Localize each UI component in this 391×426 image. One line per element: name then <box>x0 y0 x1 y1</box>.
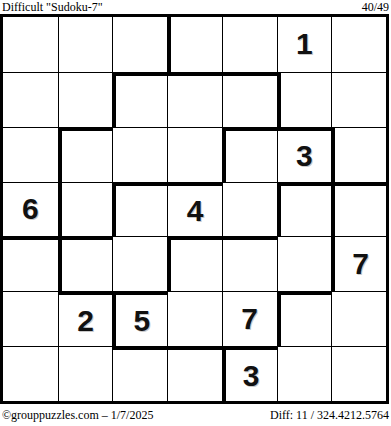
cell-r5c1[interactable] <box>3 236 58 291</box>
cell-r4c7[interactable] <box>331 182 386 237</box>
cell-r7c5-given: 3 <box>222 346 277 401</box>
cell-r2c4[interactable] <box>167 72 222 127</box>
cell-r7c4[interactable] <box>167 346 222 401</box>
puzzle-counter: 40/49 <box>362 0 389 15</box>
cell-r1c2[interactable] <box>58 17 113 72</box>
cell-r3c2[interactable] <box>58 127 113 182</box>
cell-r5c5[interactable] <box>222 236 277 291</box>
cell-r2c6[interactable] <box>277 72 332 127</box>
puzzle-title: Difficult "Sudoku-7" <box>2 0 103 15</box>
cell-r6c1[interactable] <box>3 291 58 346</box>
cell-r1c6-given: 1 <box>277 17 332 72</box>
cell-r6c7[interactable] <box>331 291 386 346</box>
cell-r2c1[interactable] <box>3 72 58 127</box>
sudoku-board: 136472573 <box>0 14 389 404</box>
cell-r7c1[interactable] <box>3 346 58 401</box>
cell-r7c3[interactable] <box>112 346 167 401</box>
cell-r6c2-given: 2 <box>58 291 113 346</box>
cell-r5c7-given: 7 <box>331 236 386 291</box>
cell-r6c6[interactable] <box>277 291 332 346</box>
cell-r4c6[interactable] <box>277 182 332 237</box>
puzzle-page: Difficult "Sudoku-7" 40/49 136472573 ©gr… <box>0 0 391 426</box>
cell-r2c7[interactable] <box>331 72 386 127</box>
cell-r7c7[interactable] <box>331 346 386 401</box>
copyright-text: ©grouppuzzles.com – 1/7/2025 <box>2 408 153 423</box>
cell-r2c5[interactable] <box>222 72 277 127</box>
cell-r3c6-given: 3 <box>277 127 332 182</box>
cell-r5c4[interactable] <box>167 236 222 291</box>
cell-r1c3[interactable] <box>112 17 167 72</box>
cell-r2c3[interactable] <box>112 72 167 127</box>
cell-r2c2[interactable] <box>58 72 113 127</box>
cell-r1c4[interactable] <box>167 17 222 72</box>
cell-r6c5-given: 7 <box>222 291 277 346</box>
cell-r3c4[interactable] <box>167 127 222 182</box>
cell-r6c3-given: 5 <box>112 291 167 346</box>
cell-r6c4[interactable] <box>167 291 222 346</box>
cell-r4c2[interactable] <box>58 182 113 237</box>
cell-r4c1-given: 6 <box>3 182 58 237</box>
cell-r4c3[interactable] <box>112 182 167 237</box>
cell-r5c3[interactable] <box>112 236 167 291</box>
cell-r3c7[interactable] <box>331 127 386 182</box>
cell-r7c6[interactable] <box>277 346 332 401</box>
cell-r1c5[interactable] <box>222 17 277 72</box>
cell-r1c7[interactable] <box>331 17 386 72</box>
difficulty-text: Diff: 11 / 324.4212.5764 <box>270 408 389 423</box>
cell-r1c1[interactable] <box>3 17 58 72</box>
cell-r3c1[interactable] <box>3 127 58 182</box>
cell-r5c6[interactable] <box>277 236 332 291</box>
cell-r7c2[interactable] <box>58 346 113 401</box>
cell-r5c2[interactable] <box>58 236 113 291</box>
cell-r3c3[interactable] <box>112 127 167 182</box>
cell-r4c5[interactable] <box>222 182 277 237</box>
cell-r3c5[interactable] <box>222 127 277 182</box>
cell-r4c4-given: 4 <box>167 182 222 237</box>
